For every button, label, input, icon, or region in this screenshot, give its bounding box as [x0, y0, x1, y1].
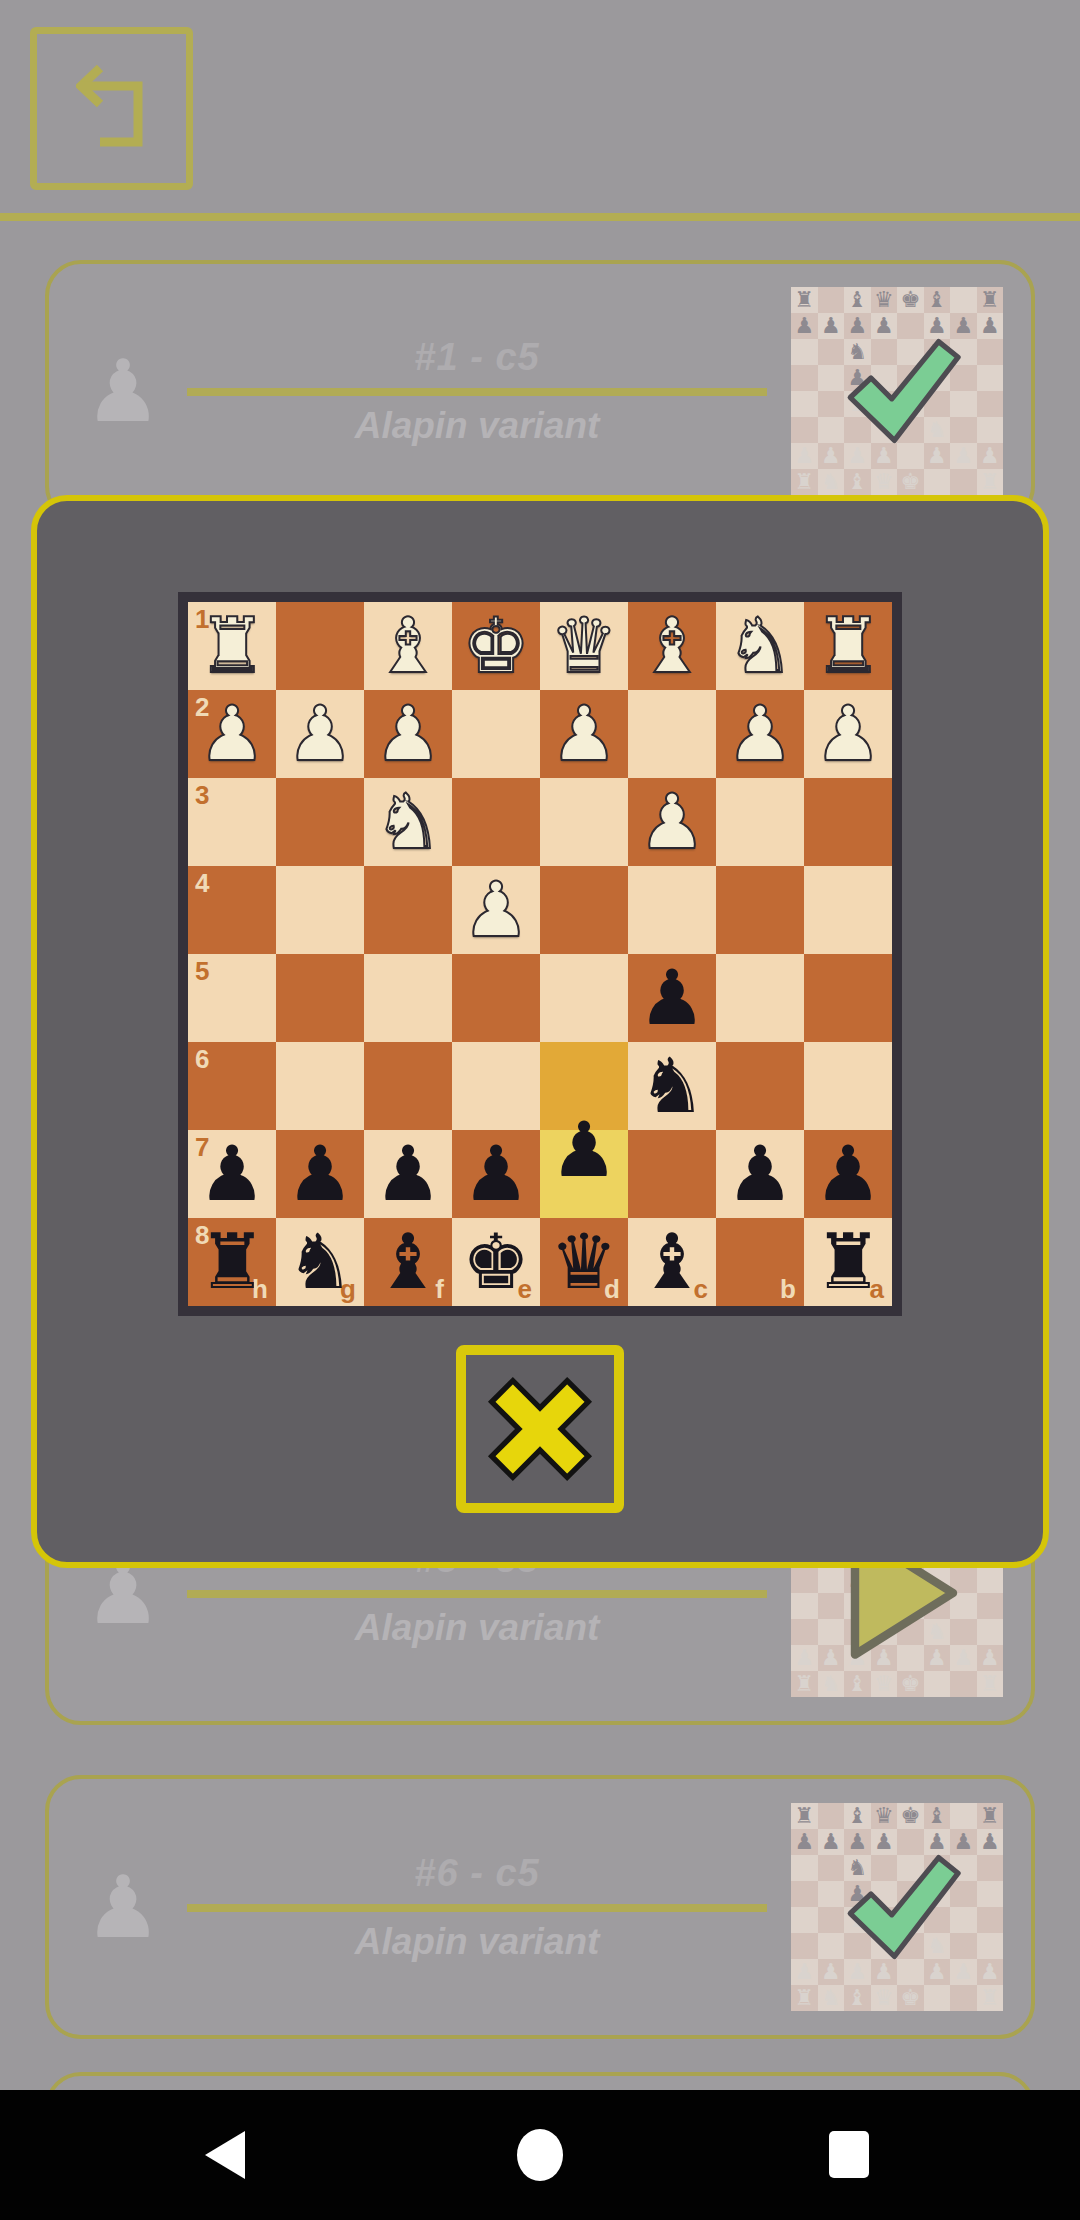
rank-label: 5: [195, 956, 209, 987]
black-K-piece[interactable]: ♚: [452, 1218, 540, 1306]
black-R-piece[interactable]: ♜: [188, 1218, 276, 1306]
solved-check-icon: [791, 1803, 1003, 2011]
black-P-piece[interactable]: ♟: [540, 1106, 628, 1194]
square-h6[interactable]: 6: [188, 1042, 276, 1130]
white-P-piece[interactable]: ♟: [804, 690, 892, 778]
nav-back-icon[interactable]: [205, 2131, 245, 2179]
black-P-piece[interactable]: ♟: [188, 1130, 276, 1218]
square-g6[interactable]: [276, 1042, 364, 1130]
puzzle-subtitle: Alapin variant: [355, 405, 600, 447]
square-h8[interactable]: 8h♜: [188, 1218, 276, 1306]
square-e6[interactable]: [452, 1042, 540, 1130]
black-R-piece[interactable]: ♜: [804, 1218, 892, 1306]
square-f4[interactable]: [364, 866, 452, 954]
square-f1[interactable]: ♝: [364, 602, 452, 690]
square-f7[interactable]: ♟: [364, 1130, 452, 1218]
nav-recents-icon[interactable]: [829, 2131, 869, 2178]
white-K-piece[interactable]: ♚: [452, 602, 540, 690]
puzzle-result-dialog: 1♜♝♚♛♝♞♜2♟♟♟♟♟♟3♞♟4♟5♟6♞7♟♟♟♟♟♟♟8h♜g♞f♝e…: [31, 495, 1049, 1568]
white-N-piece[interactable]: ♞: [364, 778, 452, 866]
square-a3[interactable]: [804, 778, 892, 866]
app-screen: ♟ #1 - c5 Alapin variant ♜♝♛♚♝♜♟♟♟♟♟♟♟♞♞…: [0, 0, 1080, 2220]
square-a1[interactable]: ♜: [804, 602, 892, 690]
square-b6[interactable]: [716, 1042, 804, 1130]
square-f2[interactable]: ♟: [364, 690, 452, 778]
puzzle-title: #6 - c5: [414, 1852, 539, 1895]
black-Q-piece[interactable]: ♛: [540, 1218, 628, 1306]
black-N-piece[interactable]: ♞: [276, 1218, 364, 1306]
square-a6[interactable]: [804, 1042, 892, 1130]
black-N-piece[interactable]: ♞: [628, 1042, 716, 1130]
square-c8[interactable]: c♝: [628, 1218, 716, 1306]
square-c3[interactable]: ♟: [628, 778, 716, 866]
square-g4[interactable]: [276, 866, 364, 954]
black-P-piece[interactable]: ♟: [804, 1130, 892, 1218]
black-B-piece[interactable]: ♝: [628, 1218, 716, 1306]
square-g3[interactable]: [276, 778, 364, 866]
square-e8[interactable]: e♚: [452, 1218, 540, 1306]
square-b5[interactable]: [716, 954, 804, 1042]
square-h1[interactable]: 1♜: [188, 602, 276, 690]
square-h7[interactable]: 7♟: [188, 1130, 276, 1218]
square-b8[interactable]: b: [716, 1218, 804, 1306]
square-a7[interactable]: ♟: [804, 1130, 892, 1218]
return-arrow-icon: [76, 64, 148, 154]
card-text: #1 - c5 Alapin variant: [187, 336, 767, 447]
square-f3[interactable]: ♞: [364, 778, 452, 866]
white-P-piece[interactable]: ♟: [188, 690, 276, 778]
square-c5[interactable]: ♟: [628, 954, 716, 1042]
square-a8[interactable]: a♜: [804, 1218, 892, 1306]
black-P-piece[interactable]: ♟: [364, 1130, 452, 1218]
white-R-piece[interactable]: ♜: [804, 602, 892, 690]
chess-board-frame: 1♜♝♚♛♝♞♜2♟♟♟♟♟♟3♞♟4♟5♟6♞7♟♟♟♟♟♟♟8h♜g♞f♝e…: [178, 592, 902, 1316]
square-b2[interactable]: ♟: [716, 690, 804, 778]
square-f6[interactable]: [364, 1042, 452, 1130]
square-e5[interactable]: [452, 954, 540, 1042]
puzzle-subtitle: Alapin variant: [355, 1921, 600, 1963]
rank-label: 3: [195, 780, 209, 811]
square-c7[interactable]: [628, 1130, 716, 1218]
back-button[interactable]: [30, 27, 193, 190]
square-d4[interactable]: [540, 866, 628, 954]
square-h3[interactable]: 3: [188, 778, 276, 866]
square-c6[interactable]: ♞: [628, 1042, 716, 1130]
board-thumbnail: ♜♝♛♚♝♜♟♟♟♟♟♟♟♞♞♟♝♟♞♟♟♟♟♟♟♟♜♞♝♛♚♜: [791, 287, 1003, 495]
square-g5[interactable]: [276, 954, 364, 1042]
solved-check-icon: [791, 287, 1003, 495]
white-P-piece[interactable]: ♟: [540, 690, 628, 778]
white-B-piece[interactable]: ♝: [628, 602, 716, 690]
black-B-piece[interactable]: ♝: [364, 1218, 452, 1306]
rank-label: 4: [195, 868, 209, 899]
puzzle-card-1[interactable]: ♟ #1 - c5 Alapin variant ♜♝♛♚♝♜♟♟♟♟♟♟♟♞♞…: [45, 260, 1035, 522]
title-divider: [187, 1904, 767, 1912]
header-divider: [0, 213, 1080, 221]
square-d5[interactable]: [540, 954, 628, 1042]
x-cross-icon: [476, 1365, 604, 1493]
square-c1[interactable]: ♝: [628, 602, 716, 690]
square-b1[interactable]: ♞: [716, 602, 804, 690]
square-c4[interactable]: [628, 866, 716, 954]
white-P-piece[interactable]: ♟: [452, 866, 540, 954]
wrong-answer-close-button[interactable]: [456, 1345, 624, 1513]
square-g7[interactable]: ♟: [276, 1130, 364, 1218]
square-g1[interactable]: [276, 602, 364, 690]
square-h4[interactable]: 4: [188, 866, 276, 954]
board-thumbnail: ♜♝♛♚♝♜♟♟♟♟♟♟♟♞♞♟♝♟♞♟♟♟♟♟♟♟♜♞♝♛♚♜: [791, 1803, 1003, 2011]
android-navbar: [0, 2090, 1080, 2220]
nav-home-icon[interactable]: [514, 2129, 566, 2181]
square-b3[interactable]: [716, 778, 804, 866]
black-P-piece[interactable]: ♟: [628, 954, 716, 1042]
white-P-piece[interactable]: ♟: [276, 690, 364, 778]
square-b7[interactable]: ♟: [716, 1130, 804, 1218]
square-c2[interactable]: [628, 690, 716, 778]
file-label: b: [780, 1274, 796, 1305]
white-R-piece[interactable]: ♜: [188, 602, 276, 690]
square-d3[interactable]: [540, 778, 628, 866]
card-text: #6 - c5 Alapin variant: [187, 1852, 767, 1963]
puzzle-card-6[interactable]: ♟ #6 - c5 Alapin variant ♜♝♛♚♝♜♟♟♟♟♟♟♟♞♞…: [45, 1775, 1035, 2039]
square-f5[interactable]: [364, 954, 452, 1042]
square-a2[interactable]: ♟: [804, 690, 892, 778]
white-P-piece[interactable]: ♟: [364, 690, 452, 778]
white-Q-piece[interactable]: ♛: [540, 602, 628, 690]
square-e1[interactable]: ♚: [452, 602, 540, 690]
black-P-piece[interactable]: ♟: [276, 1130, 364, 1218]
chess-board[interactable]: 1♜♝♚♛♝♞♜2♟♟♟♟♟♟3♞♟4♟5♟6♞7♟♟♟♟♟♟♟8h♜g♞f♝e…: [188, 602, 892, 1306]
black-P-piece[interactable]: ♟: [716, 1130, 804, 1218]
title-divider: [187, 388, 767, 396]
square-e3[interactable]: [452, 778, 540, 866]
square-b4[interactable]: [716, 866, 804, 954]
white-P-piece[interactable]: ♟: [628, 778, 716, 866]
square-e4[interactable]: ♟: [452, 866, 540, 954]
puzzle-subtitle: Alapin variant: [355, 1607, 600, 1649]
white-P-piece[interactable]: ♟: [716, 690, 804, 778]
square-e2[interactable]: [452, 690, 540, 778]
white-N-piece[interactable]: ♞: [716, 602, 804, 690]
pawn-icon: ♟: [77, 1864, 169, 1950]
black-P-piece[interactable]: ♟: [452, 1130, 540, 1218]
square-g8[interactable]: g♞: [276, 1218, 364, 1306]
square-a5[interactable]: [804, 954, 892, 1042]
square-f8[interactable]: f♝: [364, 1218, 452, 1306]
square-g2[interactable]: ♟: [276, 690, 364, 778]
rank-label: 6: [195, 1044, 209, 1075]
white-B-piece[interactable]: ♝: [364, 602, 452, 690]
square-h5[interactable]: 5: [188, 954, 276, 1042]
square-d8[interactable]: d♛: [540, 1218, 628, 1306]
square-d2[interactable]: ♟: [540, 690, 628, 778]
square-h2[interactable]: 2♟: [188, 690, 276, 778]
square-e7[interactable]: ♟: [452, 1130, 540, 1218]
pawn-icon: ♟: [77, 348, 169, 434]
square-a4[interactable]: [804, 866, 892, 954]
title-divider: [187, 1590, 767, 1598]
square-d7[interactable]: ♟: [540, 1130, 628, 1218]
square-d1[interactable]: ♛: [540, 602, 628, 690]
puzzle-title: #1 - c5: [414, 336, 539, 379]
